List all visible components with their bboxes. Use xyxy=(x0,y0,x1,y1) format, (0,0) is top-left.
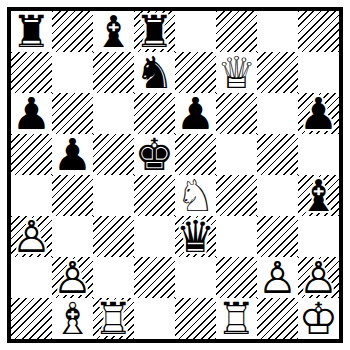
white-king-h1[interactable]: ♚♔ xyxy=(298,298,339,339)
white-pawn-icon: ♙ xyxy=(299,257,338,298)
black-rook-d8[interactable]: ♜♜ xyxy=(134,11,175,52)
square-e7[interactable] xyxy=(175,52,216,93)
square-b8[interactable] xyxy=(52,11,93,52)
square-e3[interactable]: ♛♛ xyxy=(175,216,216,257)
white-rook-icon: ♖ xyxy=(94,298,133,339)
square-h5[interactable] xyxy=(298,134,339,175)
square-b5[interactable]: ♟♟ xyxy=(52,134,93,175)
square-f3[interactable] xyxy=(216,216,257,257)
square-f7[interactable]: ♛♕ xyxy=(216,52,257,93)
black-bishop-icon: ♝ xyxy=(299,175,338,216)
white-rook-c1[interactable]: ♜♖ xyxy=(93,298,134,339)
black-bishop-h4[interactable]: ♝♝ xyxy=(298,175,339,216)
square-e2[interactable] xyxy=(175,257,216,298)
white-knight-icon: ♘ xyxy=(176,175,215,216)
square-h2[interactable]: ♟♙ xyxy=(298,257,339,298)
square-f1[interactable]: ♜♖ xyxy=(216,298,257,339)
square-f4[interactable] xyxy=(216,175,257,216)
square-g7[interactable] xyxy=(257,52,298,93)
square-e6[interactable]: ♟♟ xyxy=(175,93,216,134)
square-h6[interactable]: ♟♟ xyxy=(298,93,339,134)
square-e5[interactable] xyxy=(175,134,216,175)
square-b7[interactable] xyxy=(52,52,93,93)
black-bishop-c8[interactable]: ♝♝ xyxy=(93,11,134,52)
square-d2[interactable] xyxy=(134,257,175,298)
square-a8[interactable]: ♜♜ xyxy=(11,11,52,52)
square-e1[interactable] xyxy=(175,298,216,339)
black-pawn-h6[interactable]: ♟♟ xyxy=(298,93,339,134)
square-g2[interactable]: ♟♙ xyxy=(257,257,298,298)
square-h8[interactable] xyxy=(298,11,339,52)
white-pawn-icon: ♙ xyxy=(258,257,297,298)
black-queen-icon: ♛ xyxy=(176,216,215,257)
black-rook-icon: ♜ xyxy=(135,11,174,52)
white-rook-icon: ♖ xyxy=(217,298,256,339)
white-knight-e4[interactable]: ♞♘ xyxy=(175,175,216,216)
black-knight-icon: ♞ xyxy=(135,52,174,93)
white-rook-f1[interactable]: ♜♖ xyxy=(216,298,257,339)
square-h4[interactable]: ♝♝ xyxy=(298,175,339,216)
square-f8[interactable] xyxy=(216,11,257,52)
square-g6[interactable] xyxy=(257,93,298,134)
square-g1[interactable] xyxy=(257,298,298,339)
square-b6[interactable] xyxy=(52,93,93,134)
black-pawn-e6[interactable]: ♟♟ xyxy=(175,93,216,134)
square-d3[interactable] xyxy=(134,216,175,257)
black-rook-icon: ♜ xyxy=(12,11,51,52)
square-a1[interactable] xyxy=(11,298,52,339)
black-king-icon: ♚ xyxy=(135,134,174,175)
square-b4[interactable] xyxy=(52,175,93,216)
white-queen-f7[interactable]: ♛♕ xyxy=(216,52,257,93)
square-c7[interactable] xyxy=(93,52,134,93)
square-g8[interactable] xyxy=(257,11,298,52)
square-d6[interactable] xyxy=(134,93,175,134)
black-pawn-icon: ♟ xyxy=(12,93,51,134)
square-d4[interactable] xyxy=(134,175,175,216)
square-b3[interactable] xyxy=(52,216,93,257)
square-c3[interactable] xyxy=(93,216,134,257)
black-pawn-icon: ♟ xyxy=(176,93,215,134)
white-pawn-a3[interactable]: ♟♙ xyxy=(11,216,52,257)
chessboard-frame: ♜♜♝♝♜♜♞♞♛♕♟♟♟♟♟♟♟♟♚♚♞♘♝♝♟♙♛♛♟♙♟♙♟♙♝♗♜♖♜♖… xyxy=(7,7,343,343)
square-c2[interactable] xyxy=(93,257,134,298)
black-pawn-icon: ♟ xyxy=(299,93,338,134)
square-d8[interactable]: ♜♜ xyxy=(134,11,175,52)
square-f2[interactable] xyxy=(216,257,257,298)
square-b1[interactable]: ♝♗ xyxy=(52,298,93,339)
black-queen-e3[interactable]: ♛♛ xyxy=(175,216,216,257)
white-bishop-icon: ♗ xyxy=(53,298,92,339)
white-pawn-icon: ♙ xyxy=(53,257,92,298)
white-pawn-h2[interactable]: ♟♙ xyxy=(298,257,339,298)
square-c8[interactable]: ♝♝ xyxy=(93,11,134,52)
black-king-d5[interactable]: ♚♚ xyxy=(134,134,175,175)
square-g5[interactable] xyxy=(257,134,298,175)
chessboard: ♜♜♝♝♜♜♞♞♛♕♟♟♟♟♟♟♟♟♚♚♞♘♝♝♟♙♛♛♟♙♟♙♟♙♝♗♜♖♜♖… xyxy=(11,11,339,339)
black-knight-d7[interactable]: ♞♞ xyxy=(134,52,175,93)
square-d7[interactable]: ♞♞ xyxy=(134,52,175,93)
white-king-icon: ♔ xyxy=(299,298,338,339)
square-e4[interactable]: ♞♘ xyxy=(175,175,216,216)
square-e8[interactable] xyxy=(175,11,216,52)
square-c6[interactable] xyxy=(93,93,134,134)
black-pawn-b5[interactable]: ♟♟ xyxy=(52,134,93,175)
square-a6[interactable]: ♟♟ xyxy=(11,93,52,134)
square-a5[interactable] xyxy=(11,134,52,175)
black-pawn-icon: ♟ xyxy=(53,134,92,175)
square-a7[interactable] xyxy=(11,52,52,93)
white-pawn-icon: ♙ xyxy=(12,216,51,257)
square-d5[interactable]: ♚♚ xyxy=(134,134,175,175)
square-d1[interactable] xyxy=(134,298,175,339)
square-f5[interactable] xyxy=(216,134,257,175)
square-g4[interactable] xyxy=(257,175,298,216)
black-bishop-icon: ♝ xyxy=(94,11,133,52)
square-c5[interactable] xyxy=(93,134,134,175)
white-bishop-b1[interactable]: ♝♗ xyxy=(52,298,93,339)
white-pawn-b2[interactable]: ♟♙ xyxy=(52,257,93,298)
black-pawn-a6[interactable]: ♟♟ xyxy=(11,93,52,134)
white-pawn-g2[interactable]: ♟♙ xyxy=(257,257,298,298)
square-c1[interactable]: ♜♖ xyxy=(93,298,134,339)
square-a2[interactable] xyxy=(11,257,52,298)
square-h1[interactable]: ♚♔ xyxy=(298,298,339,339)
square-b2[interactable]: ♟♙ xyxy=(52,257,93,298)
square-a3[interactable]: ♟♙ xyxy=(11,216,52,257)
square-a4[interactable] xyxy=(11,175,52,216)
square-c4[interactable] xyxy=(93,175,134,216)
square-g3[interactable] xyxy=(257,216,298,257)
square-h7[interactable] xyxy=(298,52,339,93)
square-f6[interactable] xyxy=(216,93,257,134)
white-queen-icon: ♕ xyxy=(217,52,256,93)
black-rook-a8[interactable]: ♜♜ xyxy=(11,11,52,52)
square-h3[interactable] xyxy=(298,216,339,257)
